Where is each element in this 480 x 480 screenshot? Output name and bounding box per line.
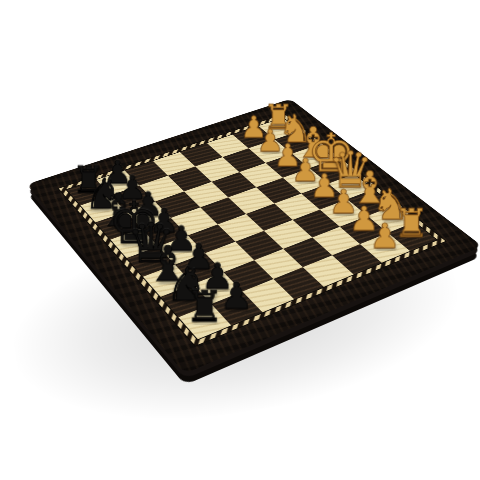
black-pawn-glyph: ♟ [220,278,253,315]
chess-board: ♜♞♝♛♚♝♞♜♟♟♟♟♟♟♟♟♟♟♟♟♟♟♟♟♜♞♝♛♚♝♞♜ [27,99,480,374]
black-rook-glyph: ♜ [185,286,224,329]
photo-canvas: ♜♞♝♛♚♝♞♜♟♟♟♟♟♟♟♟♟♟♟♟♟♟♟♟♜♞♝♛♚♝♞♜ [0,0,480,480]
scene-3d: ♜♞♝♛♚♝♞♜♟♟♟♟♟♟♟♟♟♟♟♟♟♟♟♟♜♞♝♛♚♝♞♜ [0,0,480,480]
